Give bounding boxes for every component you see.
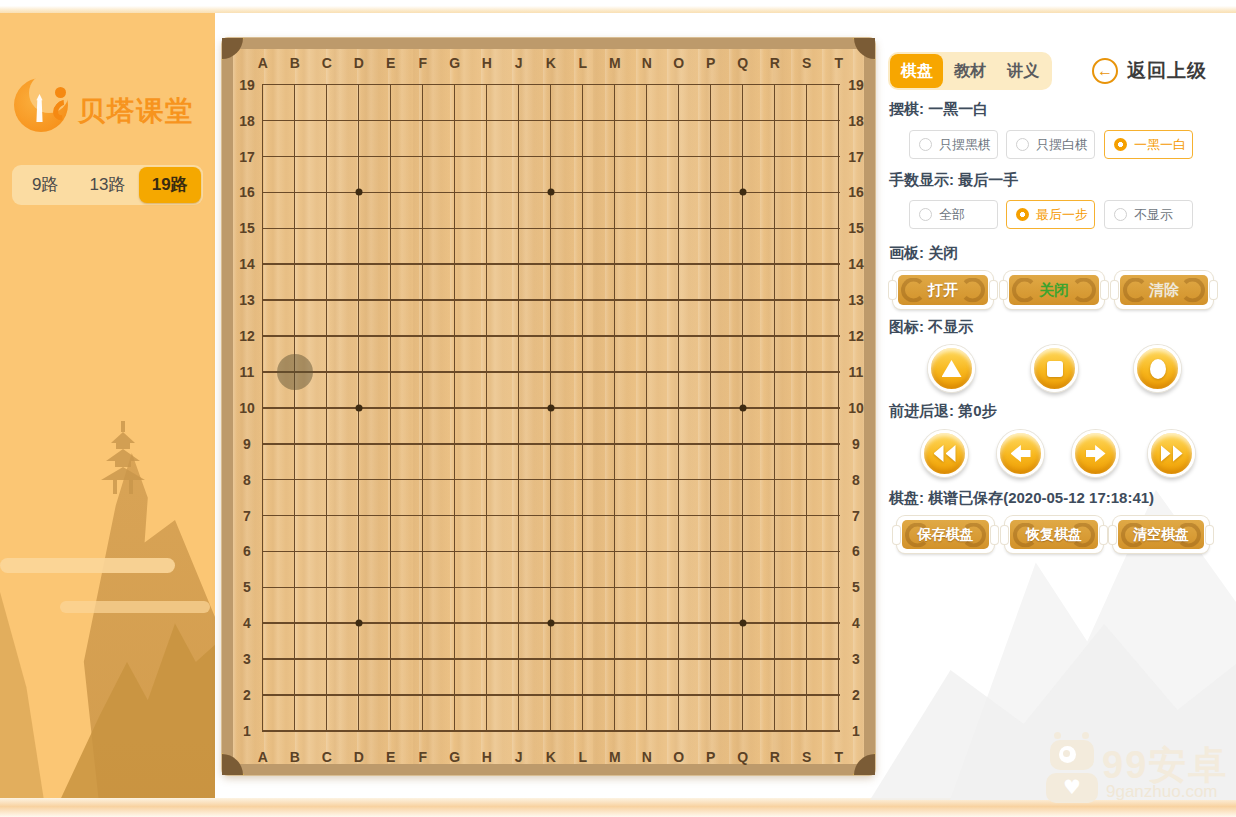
radio-icon (919, 138, 932, 151)
board-coordinate-label: H (482, 749, 492, 765)
app-logo-icon (14, 75, 72, 135)
board-coordinate-label: 16 (239, 184, 255, 200)
step-forward-icon (1086, 445, 1106, 462)
board-wood: AABBCCDDEEFFGGHHJJKKLLMMNNOOPPQQRRSSTT19… (233, 49, 864, 764)
board-coordinate-label: 11 (849, 364, 864, 380)
radio-black-only[interactable]: 只摆黑棋 (909, 130, 998, 159)
board-coordinate-label: S (802, 55, 811, 71)
board-coordinate-label: N (642, 749, 652, 765)
back-arrow-icon: ← (1092, 58, 1118, 84)
board-coordinate-label: R (770, 749, 780, 765)
panel-tabs: 棋盘 教材 讲义 (888, 52, 1052, 90)
board-coordinate-label: 3 (852, 651, 860, 667)
square-icon (1047, 361, 1063, 377)
radio-icon (1114, 138, 1127, 151)
board-coordinate-label: G (449, 749, 460, 765)
board-coordinate-label: K (546, 55, 556, 71)
radio-label: 全部 (939, 206, 965, 224)
app-title: 贝塔课堂 (78, 93, 194, 129)
size-tab-9[interactable]: 9路 (14, 167, 76, 203)
board-coordinate-label: O (673, 749, 684, 765)
board-coordinate-label: B (290, 749, 300, 765)
board-coordinate-label: T (834, 749, 843, 765)
button-label: 清除 (1120, 275, 1208, 305)
board-coordinate-label: 4 (852, 615, 860, 631)
board-coordinate-label: C (322, 55, 332, 71)
button-label: 打开 (898, 275, 988, 305)
clear-drawing-button[interactable]: 清除 (1115, 271, 1213, 309)
star-point (739, 404, 746, 411)
board-coordinate-label: 12 (239, 328, 255, 344)
board-corner-ornament (222, 749, 248, 775)
fast-forward-button[interactable] (1148, 430, 1195, 477)
board-coordinate-label: 13 (848, 292, 864, 308)
radio-icon (1114, 208, 1127, 221)
board-coordinate-label: A (258, 749, 268, 765)
board-coordinate-label: 1 (243, 723, 251, 739)
board-coordinate-label: N (642, 55, 652, 71)
radio-label: 不显示 (1134, 206, 1173, 224)
board-coordinate-label: 6 (852, 543, 860, 559)
board-coordinate-label: P (706, 55, 715, 71)
radio-alternate[interactable]: 一黑一白 (1104, 130, 1193, 159)
star-point (739, 189, 746, 196)
board-coordinate-label: Q (737, 55, 748, 71)
board-corner-ornament (849, 38, 875, 64)
cloud-decoration (0, 558, 175, 573)
board-coordinate-label: 2 (243, 687, 251, 703)
button-label: 关闭 (1009, 275, 1099, 305)
navigation-label: 前进后退: 第0步 (889, 402, 997, 421)
board-coordinate-label: 19 (848, 77, 864, 93)
board-coordinate-label: R (770, 55, 780, 71)
board-coordinate-label: M (609, 55, 621, 71)
board-coordinate-label: 18 (848, 113, 864, 129)
board-coordinate-label: K (546, 749, 556, 765)
board-coordinate-label: E (386, 749, 395, 765)
pagoda-silhouette (100, 421, 146, 507)
board-coordinate-label: 10 (239, 400, 255, 416)
board-coordinate-label: 14 (239, 256, 255, 272)
button-label: 保存棋盘 (902, 520, 989, 549)
board-coordinate-label: H (482, 55, 492, 71)
board-coordinate-label: 16 (848, 184, 864, 200)
board-coordinate-label: 1 (852, 723, 860, 739)
radio-icon (1016, 208, 1029, 221)
board-coordinate-label: 15 (239, 220, 255, 236)
tab-handout[interactable]: 讲义 (997, 54, 1050, 88)
triangle-marker-button[interactable] (928, 345, 975, 392)
radio-last-move[interactable]: 最后一步 (1006, 200, 1095, 229)
board-coordinate-label: E (386, 55, 395, 71)
star-point (355, 404, 362, 411)
board-corner-ornament (222, 38, 248, 64)
board-coordinate-label: 5 (852, 579, 860, 595)
triangle-icon (942, 360, 962, 377)
back-button[interactable]: ← 返回上级 (1092, 58, 1207, 84)
radio-icon (1016, 138, 1029, 151)
restore-board-button[interactable]: 恢复棋盘 (1005, 516, 1103, 553)
board-coordinate-label: 17 (239, 149, 255, 165)
board-coordinate-label: P (706, 749, 715, 765)
board-coordinate-label: F (418, 55, 427, 71)
star-point (547, 189, 554, 196)
board-coordinate-label: 9 (243, 436, 251, 452)
board-coordinate-label: 5 (243, 579, 251, 595)
board-coordinate-label: S (802, 749, 811, 765)
board-coordinate-label: L (578, 55, 587, 71)
button-label: 恢复棋盘 (1010, 520, 1098, 549)
step-forward-button[interactable] (1072, 430, 1119, 477)
star-point (547, 404, 554, 411)
tab-board[interactable]: 棋盘 (890, 54, 943, 88)
step-backward-button[interactable] (997, 430, 1044, 477)
board-coordinate-label: 15 (848, 220, 864, 236)
radio-white-only[interactable]: 只摆白棋 (1006, 130, 1095, 159)
top-border (0, 0, 1236, 13)
board-coordinate-label: 6 (243, 543, 251, 559)
board-coordinate-label: 8 (243, 472, 251, 488)
board-coordinate-label: O (673, 55, 684, 71)
move-display-label: 手数显示: 最后一手 (889, 171, 1018, 190)
radio-show-all[interactable]: 全部 (909, 200, 998, 229)
size-tab-19[interactable]: 19路 (139, 167, 201, 203)
radio-label: 最后一步 (1036, 206, 1088, 224)
fast-backward-button[interactable] (921, 430, 968, 477)
radio-hide-moves[interactable]: 不显示 (1104, 200, 1193, 229)
logo-figure (55, 87, 66, 98)
board-coordinate-label: D (354, 55, 364, 71)
board-coordinate-label: 12 (848, 328, 864, 344)
board-coordinate-label: M (609, 749, 621, 765)
radio-label: 只摆白棋 (1036, 136, 1088, 154)
markers-label: 图标: 不显示 (889, 318, 973, 337)
square-marker-button[interactable] (1031, 345, 1078, 392)
place-mode-label: 摆棋: 一黑一白 (889, 100, 988, 119)
board-coordinate-label: 4 (243, 615, 251, 631)
bottom-border (0, 798, 1236, 817)
board-coordinate-label: 2 (852, 687, 860, 703)
board-coordinate-label: 14 (848, 256, 864, 272)
board-coordinate-label: 19 (239, 77, 255, 93)
close-drawing-button[interactable]: 关闭 (1004, 271, 1104, 309)
board-coordinate-label: 10 (848, 400, 864, 416)
save-status-label: 棋盘: 棋谱已保存(2020-05-12 17:18:41) (889, 489, 1154, 508)
radio-icon (919, 208, 932, 221)
board-coordinate-label: L (578, 749, 587, 765)
board-coordinate-label: B (290, 55, 300, 71)
board-size-tabs: 9路 13路 19路 (12, 165, 203, 205)
board-coordinate-label: J (515, 749, 523, 765)
board-coordinate-label: 18 (239, 113, 255, 129)
fast-forward-icon (1161, 445, 1183, 462)
sidebar: 贝塔课堂 9路 13路 19路 (0, 13, 215, 798)
star-point (547, 620, 554, 627)
board-coordinate-label: 11 (240, 364, 255, 380)
board-coordinate-label: J (515, 55, 523, 71)
app-window: 贝塔课堂 9路 13路 19路 AABBCCDDEEFFGGHHJJKKLLMM… (0, 0, 1236, 817)
go-board[interactable]: AABBCCDDEEFFGGHHJJKKLLMMNNOOPPQQRRSSTT19… (222, 38, 875, 775)
board-coordinate-label: D (354, 749, 364, 765)
board-coordinate-label: Q (737, 749, 748, 765)
board-coordinate-label: F (418, 749, 427, 765)
tab-textbook[interactable]: 教材 (943, 54, 996, 88)
star-point (355, 620, 362, 627)
board-corner-ornament (849, 749, 875, 775)
fast-backward-icon (934, 445, 956, 462)
board-coordinate-label: T (834, 55, 843, 71)
star-point (355, 189, 362, 196)
save-board-button[interactable]: 保存棋盘 (897, 516, 994, 553)
step-backward-icon (1011, 445, 1031, 462)
radio-label: 一黑一白 (1134, 136, 1186, 154)
board-coordinate-label: 7 (243, 508, 251, 524)
button-label: 清空棋盘 (1118, 520, 1204, 549)
board-coordinate-label: G (449, 55, 460, 71)
open-drawing-button[interactable]: 打开 (893, 271, 993, 309)
board-coordinate-label: A (258, 55, 268, 71)
board-coordinate-label: 17 (848, 149, 864, 165)
circle-marker-button[interactable] (1134, 345, 1181, 392)
hover-stone-preview[interactable] (277, 354, 313, 390)
radio-label: 只摆黑棋 (939, 136, 991, 154)
star-point (739, 620, 746, 627)
board-coordinate-label: 9 (852, 436, 860, 452)
circle-icon (1150, 359, 1166, 379)
clear-board-button[interactable]: 清空棋盘 (1113, 516, 1209, 553)
board-coordinate-label: 8 (852, 472, 860, 488)
board-coordinate-label: C (322, 749, 332, 765)
back-label: 返回上级 (1127, 58, 1207, 84)
board-coordinate-label: 13 (239, 292, 255, 308)
cloud-decoration (60, 601, 210, 613)
size-tab-13[interactable]: 13路 (76, 167, 138, 203)
board-coordinate-label: 3 (243, 651, 251, 667)
drawing-label: 画板: 关闭 (889, 244, 958, 263)
board-coordinate-label: 7 (852, 508, 860, 524)
